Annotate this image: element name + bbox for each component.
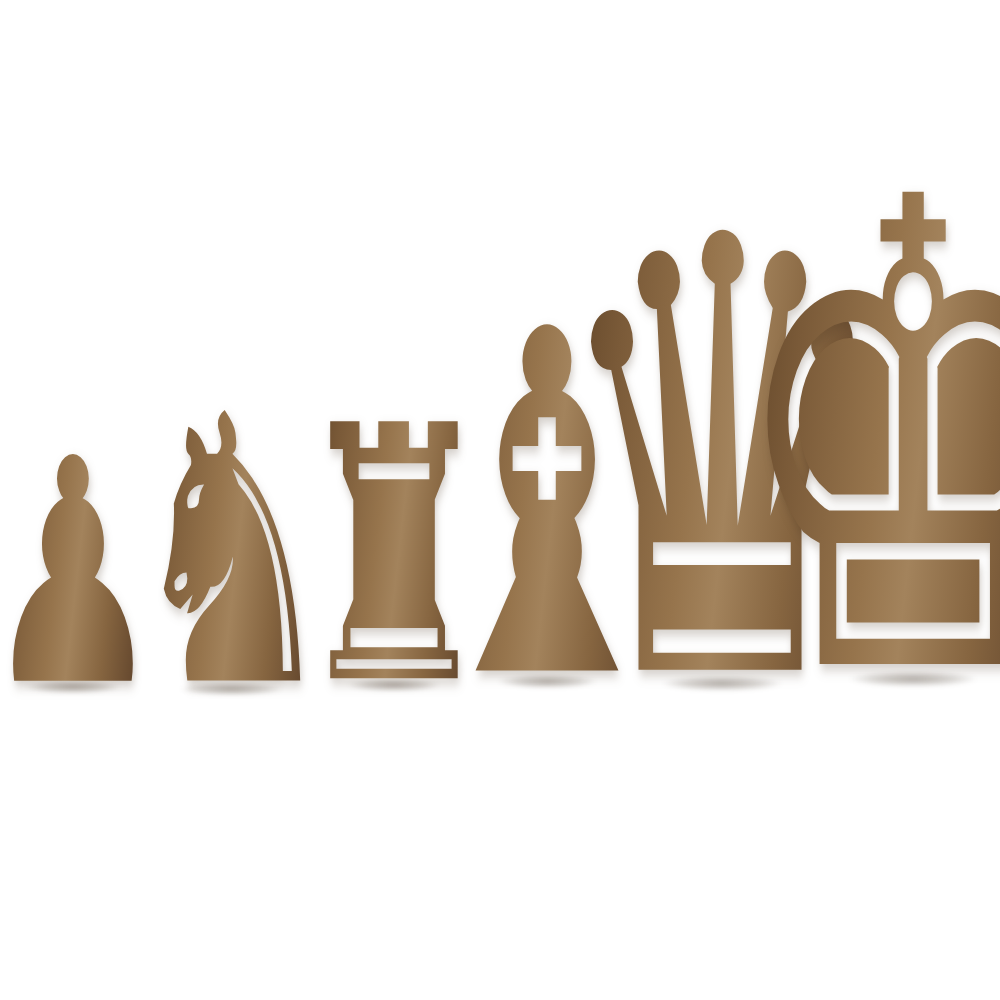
chess-piece-king: ♚ [661,202,1000,680]
king-piece-icon: ♚ [727,118,1000,764]
chess-pieces-photo: ♟ ♞ ♜ ♝ ♛ ♚ [0,0,1000,1000]
